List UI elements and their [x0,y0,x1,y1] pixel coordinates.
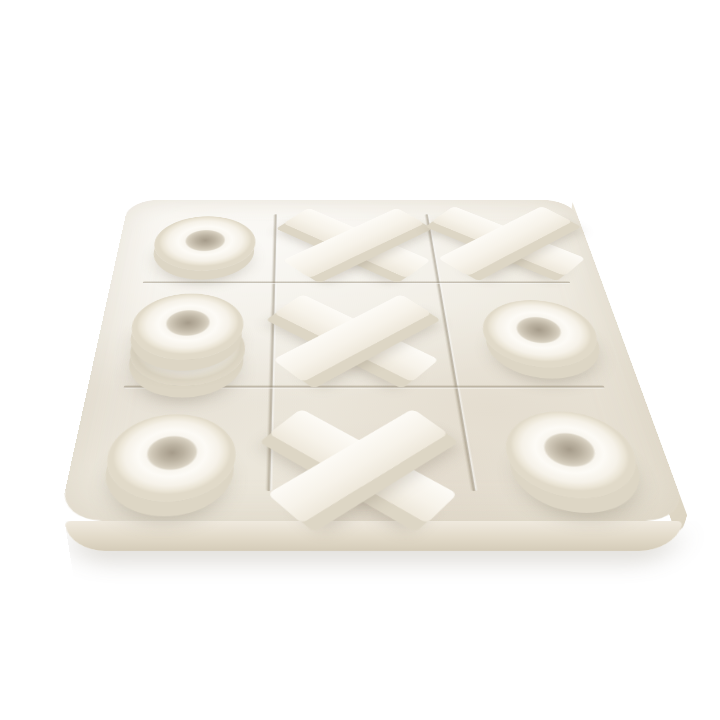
cell-r1c1[interactable] [272,282,456,386]
tictactoe-board [59,200,690,521]
piece-o[interactable] [498,412,649,499]
cell-r2c1[interactable] [269,386,479,519]
piece-x[interactable] [421,199,602,284]
piece-x[interactable] [264,286,452,393]
cell-r1c0[interactable] [88,282,275,386]
cell-r2c2[interactable] [456,386,689,519]
product-photo-scene [0,0,720,720]
piece-x[interactable] [257,398,474,537]
piece-o[interactable] [149,216,256,270]
piece-o[interactable] [477,300,608,367]
cell-r0c0[interactable] [111,199,277,282]
piece-x[interactable] [275,201,442,286]
board-grid [58,199,689,520]
perspective-wrapper [0,0,720,720]
piece-o[interactable] [99,415,238,502]
cell-r0c1[interactable] [275,199,439,282]
cell-r1c2[interactable] [438,282,640,386]
cell-r0c2[interactable] [424,199,602,282]
cell-r2c0[interactable] [58,386,272,519]
